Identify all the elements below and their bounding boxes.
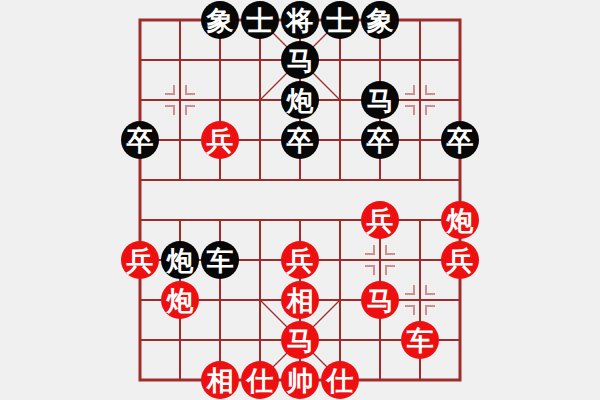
piece-black-cannon[interactable]: 炮 <box>281 81 319 119</box>
board-grid[interactable]: 象士将士象马炮马卒兵卒卒卒兵炮兵炮车兵兵炮相马马车相仕帅仕 <box>120 0 480 400</box>
piece-red-soldier[interactable]: 兵 <box>441 241 479 279</box>
piece-red-soldier[interactable]: 兵 <box>201 121 239 159</box>
piece-black-soldier[interactable]: 卒 <box>121 121 159 159</box>
piece-black-elephant[interactable]: 象 <box>361 1 399 39</box>
piece-black-cannon[interactable]: 炮 <box>161 241 199 279</box>
piece-red-horse[interactable]: 马 <box>281 321 319 359</box>
piece-black-soldier[interactable]: 卒 <box>361 121 399 159</box>
piece-red-soldier[interactable]: 兵 <box>281 241 319 279</box>
piece-red-elephant[interactable]: 相 <box>201 361 239 399</box>
xiangqi-board-screen: 象士将士象马炮马卒兵卒卒卒兵炮兵炮车兵兵炮相马马车相仕帅仕 <box>0 0 600 400</box>
piece-black-elephant[interactable]: 象 <box>201 1 239 39</box>
piece-red-advisor[interactable]: 仕 <box>321 361 359 399</box>
piece-red-chariot[interactable]: 车 <box>401 321 439 359</box>
piece-red-cannon[interactable]: 炮 <box>441 201 479 239</box>
piece-red-elephant[interactable]: 相 <box>281 281 319 319</box>
piece-red-general[interactable]: 帅 <box>281 361 319 399</box>
piece-red-soldier[interactable]: 兵 <box>121 241 159 279</box>
piece-black-general[interactable]: 将 <box>281 1 319 39</box>
piece-red-soldier[interactable]: 兵 <box>361 201 399 239</box>
piece-black-horse[interactable]: 马 <box>361 81 399 119</box>
piece-red-horse[interactable]: 马 <box>361 281 399 319</box>
piece-black-chariot[interactable]: 车 <box>201 241 239 279</box>
piece-black-soldier[interactable]: 卒 <box>441 121 479 159</box>
piece-red-cannon[interactable]: 炮 <box>161 281 199 319</box>
piece-black-horse[interactable]: 马 <box>281 41 319 79</box>
piece-black-advisor[interactable]: 士 <box>241 1 279 39</box>
piece-red-advisor[interactable]: 仕 <box>241 361 279 399</box>
piece-black-advisor[interactable]: 士 <box>321 1 359 39</box>
piece-black-soldier[interactable]: 卒 <box>281 121 319 159</box>
